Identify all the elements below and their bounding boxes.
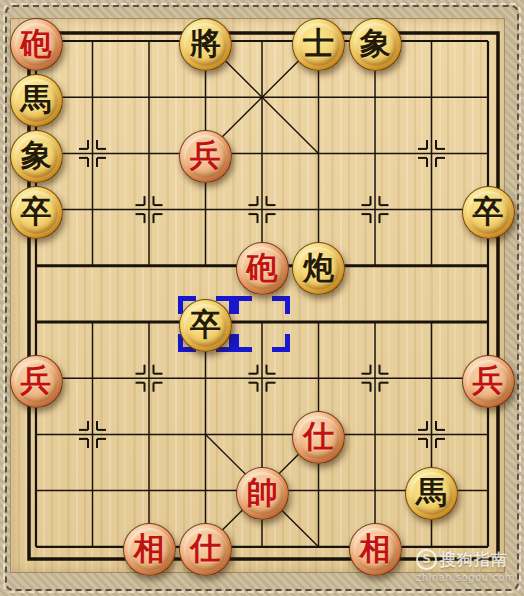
piece-black-general[interactable]: 將 (179, 18, 232, 71)
piece-face: 仕 (297, 416, 340, 459)
piece-face: 馬 (410, 472, 453, 515)
watermark-brand: 搜狗指南 (440, 551, 508, 569)
piece-face: 仕 (184, 528, 227, 571)
piece-face: 象 (15, 135, 58, 178)
piece-glyph: 砲 (21, 28, 52, 59)
piece-red-elephant[interactable]: 相 (349, 523, 402, 576)
piece-glyph: 卒 (21, 196, 52, 227)
piece-black-soldier[interactable]: 卒 (179, 299, 232, 352)
piece-red-soldier[interactable]: 兵 (462, 355, 515, 408)
piece-face: 砲 (15, 23, 58, 66)
piece-black-horse[interactable]: 馬 (10, 74, 63, 127)
piece-glyph: 仕 (190, 533, 221, 564)
piece-glyph: 炮 (303, 252, 334, 283)
piece-face: 馬 (15, 79, 58, 122)
piece-glyph: 兵 (21, 365, 52, 396)
piece-glyph: 象 (360, 28, 391, 59)
piece-glyph: 象 (21, 140, 52, 171)
piece-face: 卒 (184, 304, 227, 347)
piece-glyph: 相 (134, 533, 165, 564)
piece-face: 兵 (467, 360, 510, 403)
sogou-watermark: S 搜狗指南 zhinan.sogou.com (416, 549, 520, 583)
piece-black-soldier[interactable]: 卒 (10, 186, 63, 239)
piece-face: 卒 (467, 191, 510, 234)
piece-face: 將 (184, 23, 227, 66)
piece-glyph: 砲 (247, 252, 278, 283)
piece-face: 砲 (241, 247, 284, 290)
piece-black-advisor[interactable]: 士 (292, 18, 345, 71)
piece-glyph: 兵 (190, 140, 221, 171)
piece-glyph: 馬 (416, 477, 447, 508)
piece-face: 兵 (184, 135, 227, 178)
piece-red-advisor[interactable]: 仕 (292, 411, 345, 464)
xiangqi-app: 砲將士象馬象兵卒卒砲炮卒兵兵仕帥馬相仕相 S 搜狗指南 zhinan.sogou… (0, 0, 524, 596)
piece-red-elephant[interactable]: 相 (123, 523, 176, 576)
piece-face: 象 (354, 23, 397, 66)
watermark-url: zhinan.sogou.com (416, 572, 520, 583)
piece-face: 兵 (15, 360, 58, 403)
piece-face: 相 (128, 528, 171, 571)
piece-glyph: 兵 (473, 365, 504, 396)
piece-face: 士 (297, 23, 340, 66)
sogou-logo-icon: S (416, 549, 437, 570)
piece-glyph: 卒 (473, 196, 504, 227)
piece-black-horse[interactable]: 馬 (405, 467, 458, 520)
piece-red-cannon[interactable]: 砲 (236, 242, 289, 295)
piece-glyph: 相 (360, 533, 391, 564)
piece-black-cannon[interactable]: 炮 (292, 242, 345, 295)
piece-red-soldier[interactable]: 兵 (10, 355, 63, 408)
piece-black-soldier[interactable]: 卒 (462, 186, 515, 239)
piece-red-soldier[interactable]: 兵 (179, 130, 232, 183)
piece-black-elephant[interactable]: 象 (10, 130, 63, 183)
piece-face: 炮 (297, 247, 340, 290)
piece-glyph: 卒 (190, 309, 221, 340)
piece-face: 帥 (241, 472, 284, 515)
piece-red-cannon[interactable]: 砲 (10, 18, 63, 71)
piece-glyph: 仕 (303, 421, 334, 452)
piece-glyph: 將 (190, 28, 221, 59)
piece-face: 相 (354, 528, 397, 571)
piece-red-general[interactable]: 帥 (236, 467, 289, 520)
piece-red-advisor[interactable]: 仕 (179, 523, 232, 576)
piece-glyph: 帥 (247, 477, 278, 508)
piece-glyph: 馬 (21, 84, 52, 115)
piece-glyph: 士 (303, 28, 334, 59)
piece-face: 卒 (15, 191, 58, 234)
piece-black-elephant[interactable]: 象 (349, 18, 402, 71)
